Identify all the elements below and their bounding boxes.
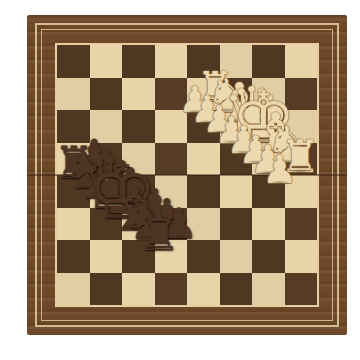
square-e6 xyxy=(187,208,220,241)
square-b6 xyxy=(90,208,123,241)
square-h8 xyxy=(285,273,318,306)
square-d4 xyxy=(155,143,188,176)
fold-seam xyxy=(27,174,347,176)
square-c6 xyxy=(122,208,155,241)
square-c4 xyxy=(122,143,155,176)
square-h5 xyxy=(285,175,318,208)
square-g3 xyxy=(252,110,285,143)
square-f6 xyxy=(220,208,253,241)
square-e4 xyxy=(187,143,220,176)
square-c8 xyxy=(122,273,155,306)
square-g5 xyxy=(252,175,285,208)
square-b8 xyxy=(90,273,123,306)
square-b5 xyxy=(90,175,123,208)
square-e2 xyxy=(187,78,220,111)
square-g6 xyxy=(252,208,285,241)
square-e5 xyxy=(187,175,220,208)
square-d6 xyxy=(155,208,188,241)
square-g7 xyxy=(252,240,285,273)
square-a6 xyxy=(57,208,90,241)
square-a2 xyxy=(57,78,90,111)
square-f2 xyxy=(220,78,253,111)
square-b1 xyxy=(90,45,123,78)
square-a7 xyxy=(57,240,90,273)
square-b2 xyxy=(90,78,123,111)
square-e3 xyxy=(187,110,220,143)
square-h2 xyxy=(285,78,318,111)
square-h4 xyxy=(285,143,318,176)
square-d3 xyxy=(155,110,188,143)
square-e1 xyxy=(187,45,220,78)
square-g2 xyxy=(252,78,285,111)
square-f7 xyxy=(220,240,253,273)
square-d7 xyxy=(155,240,188,273)
square-c2 xyxy=(122,78,155,111)
square-a1 xyxy=(57,45,90,78)
square-h6 xyxy=(285,208,318,241)
square-d5 xyxy=(155,175,188,208)
square-a4 xyxy=(57,143,90,176)
product-photo: ♜♞♝♛♚♝♞♜♟♟♟♟♟♟♟♟♟♟♟♟♟♟♟♟♜♞♝♛♚♝♞♜ xyxy=(0,0,360,360)
square-f4 xyxy=(220,143,253,176)
square-d2 xyxy=(155,78,188,111)
square-e7 xyxy=(187,240,220,273)
square-f3 xyxy=(220,110,253,143)
square-d8 xyxy=(155,273,188,306)
square-h7 xyxy=(285,240,318,273)
square-b4 xyxy=(90,143,123,176)
square-d1 xyxy=(155,45,188,78)
square-f1 xyxy=(220,45,253,78)
square-g4 xyxy=(252,143,285,176)
square-f5 xyxy=(220,175,253,208)
square-a5 xyxy=(57,175,90,208)
square-b3 xyxy=(90,110,123,143)
square-c3 xyxy=(122,110,155,143)
square-c7 xyxy=(122,240,155,273)
square-g1 xyxy=(252,45,285,78)
square-h3 xyxy=(285,110,318,143)
square-h1 xyxy=(285,45,318,78)
square-e8 xyxy=(187,273,220,306)
square-g8 xyxy=(252,273,285,306)
square-a8 xyxy=(57,273,90,306)
square-b7 xyxy=(90,240,123,273)
chess-board xyxy=(27,15,347,335)
square-a3 xyxy=(57,110,90,143)
square-f8 xyxy=(220,273,253,306)
square-c1 xyxy=(122,45,155,78)
square-c5 xyxy=(122,175,155,208)
